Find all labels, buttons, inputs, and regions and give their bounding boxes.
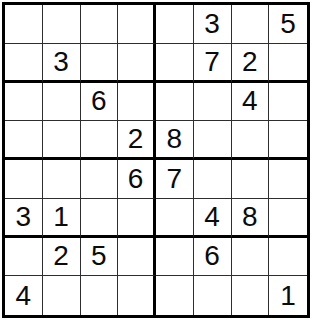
cell-r1c3-empty[interactable]: [81, 5, 119, 44]
cell-r4c4-given: 2: [118, 121, 156, 160]
cell-r6c6-given: 4: [194, 199, 232, 238]
cell-r3c8-empty[interactable]: [269, 83, 307, 122]
cell-r1c5-empty[interactable]: [156, 5, 194, 44]
cell-r1c7-empty[interactable]: [232, 5, 270, 44]
cell-r7c1-empty[interactable]: [5, 238, 43, 277]
cell-r1c2-empty[interactable]: [43, 5, 81, 44]
cell-r4c5-given: 8: [156, 121, 194, 160]
cell-r2c5-empty[interactable]: [156, 44, 194, 83]
cell-r7c2-given: 2: [43, 238, 81, 277]
cell-r8c2-empty[interactable]: [43, 276, 81, 315]
cell-r6c8-empty[interactable]: [269, 199, 307, 238]
cell-r5c7-empty[interactable]: [232, 160, 270, 199]
cell-r2c1-empty[interactable]: [5, 44, 43, 83]
cell-r7c3-given: 5: [81, 238, 119, 277]
cell-r3c7-given: 4: [232, 83, 270, 122]
cell-r8c1-given: 4: [5, 276, 43, 315]
cell-r6c5-empty[interactable]: [156, 199, 194, 238]
cell-r8c6-empty[interactable]: [194, 276, 232, 315]
cell-r4c2-empty[interactable]: [43, 121, 81, 160]
cell-r1c8-given: 5: [269, 5, 307, 44]
cell-r2c7-given: 2: [232, 44, 270, 83]
cell-r1c6-given: 3: [194, 5, 232, 44]
cell-r3c4-empty[interactable]: [118, 83, 156, 122]
cell-r5c6-empty[interactable]: [194, 160, 232, 199]
cell-r8c7-empty[interactable]: [232, 276, 270, 315]
cell-r4c7-empty[interactable]: [232, 121, 270, 160]
cell-r7c6-given: 6: [194, 238, 232, 277]
cell-r7c5-empty[interactable]: [156, 238, 194, 277]
cell-r5c5-given: 7: [156, 160, 194, 199]
sudoku-board: 35372642867314825641: [2, 2, 310, 318]
cell-r2c4-empty[interactable]: [118, 44, 156, 83]
cell-r6c1-given: 3: [5, 199, 43, 238]
cell-r4c3-empty[interactable]: [81, 121, 119, 160]
cell-r5c1-empty[interactable]: [5, 160, 43, 199]
cell-r5c4-given: 6: [118, 160, 156, 199]
cell-r3c1-empty[interactable]: [5, 83, 43, 122]
cell-r6c2-given: 1: [43, 199, 81, 238]
cell-r2c8-empty[interactable]: [269, 44, 307, 83]
cell-r4c1-empty[interactable]: [5, 121, 43, 160]
cell-r7c4-empty[interactable]: [118, 238, 156, 277]
cell-r1c4-empty[interactable]: [118, 5, 156, 44]
cell-r1c1-empty[interactable]: [5, 5, 43, 44]
cell-r5c2-empty[interactable]: [43, 160, 81, 199]
cell-r6c3-empty[interactable]: [81, 199, 119, 238]
cell-r8c4-empty[interactable]: [118, 276, 156, 315]
cell-r6c7-given: 8: [232, 199, 270, 238]
cell-r3c2-empty[interactable]: [43, 83, 81, 122]
cell-r4c8-empty[interactable]: [269, 121, 307, 160]
cell-r3c6-empty[interactable]: [194, 83, 232, 122]
cell-r5c3-empty[interactable]: [81, 160, 119, 199]
cell-r8c8-given: 1: [269, 276, 307, 315]
cell-r2c3-empty[interactable]: [81, 44, 119, 83]
cell-r4c6-empty[interactable]: [194, 121, 232, 160]
cell-r3c3-given: 6: [81, 83, 119, 122]
cell-r7c8-empty[interactable]: [269, 238, 307, 277]
cell-r2c6-given: 7: [194, 44, 232, 83]
cell-r8c5-empty[interactable]: [156, 276, 194, 315]
cell-r3c5-empty[interactable]: [156, 83, 194, 122]
cell-r6c4-empty[interactable]: [118, 199, 156, 238]
cell-r8c3-empty[interactable]: [81, 276, 119, 315]
cell-r7c7-empty[interactable]: [232, 238, 270, 277]
cell-r2c2-given: 3: [43, 44, 81, 83]
cell-r5c8-empty[interactable]: [269, 160, 307, 199]
page: 35372642867314825641: [0, 0, 312, 320]
